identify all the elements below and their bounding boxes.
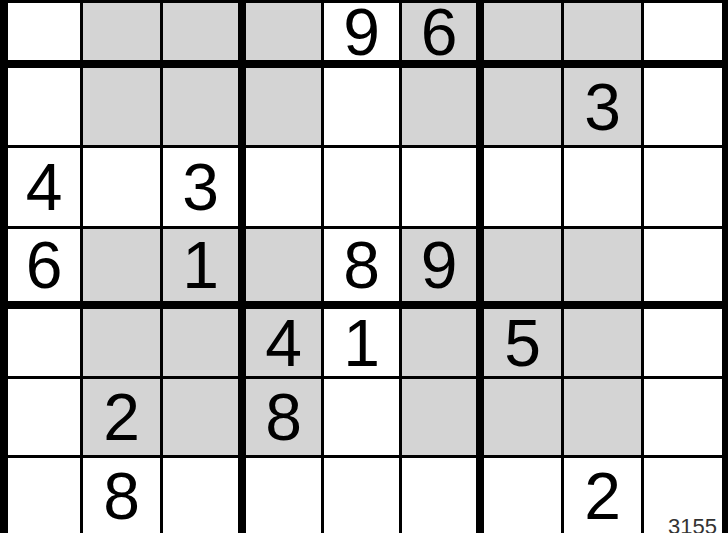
cell-r7c6: [402, 309, 484, 379]
cell-r5c5: [324, 148, 402, 229]
given-digit-r7c7: 5: [504, 310, 541, 376]
cell-r5c3: 3: [163, 148, 246, 229]
given-digit-r6c1: 6: [26, 232, 63, 298]
cell-r8c9: [644, 379, 728, 458]
cell-r6c2: [83, 229, 163, 309]
cell-r9c6: [402, 458, 484, 533]
cell-r8c6: [402, 379, 484, 458]
cell-r9c8: 2: [564, 458, 644, 533]
cell-r5c4: [246, 148, 324, 229]
cell-r3c9: [644, 3, 728, 68]
cell-r5c2: [83, 148, 163, 229]
given-digit-r5c1: 4: [26, 154, 63, 220]
cell-r4c8: 3: [564, 68, 644, 148]
cell-r8c8: [564, 379, 644, 458]
given-digit-r3c5: 9: [343, 0, 380, 65]
cell-r9c3: [163, 458, 246, 533]
cell-r7c8: [564, 309, 644, 379]
cell-r4c1: [8, 68, 83, 148]
cell-r5c8: [564, 148, 644, 229]
cell-r6c6: 9: [402, 229, 484, 309]
given-digit-r6c5: 8: [343, 232, 380, 298]
puzzle-number: 3155: [668, 515, 717, 533]
cell-r7c2: [83, 309, 163, 379]
cell-r4c9: [644, 68, 728, 148]
cell-r7c4: 4: [246, 309, 324, 379]
cell-r5c6: [402, 148, 484, 229]
cell-r9c4: [246, 458, 324, 533]
given-digit-r6c6: 9: [421, 232, 458, 298]
cell-r9c2: 8: [83, 458, 163, 533]
given-digit-r7c4: 4: [265, 310, 302, 376]
cell-r8c4: 8: [246, 379, 324, 458]
cell-r8c5: [324, 379, 402, 458]
given-digit-r4c8: 3: [584, 74, 621, 140]
cell-r7c1: [8, 309, 83, 379]
cell-r4c5: [324, 68, 402, 148]
cell-r8c7: [484, 379, 564, 458]
cell-r3c6: 6: [402, 3, 484, 68]
cell-r9c7: [484, 458, 564, 533]
sudoku-screenshot: 9634361894152882 3155: [0, 0, 728, 533]
sudoku-board: 9634361894152882: [0, 0, 728, 533]
cell-r3c5: 9: [324, 3, 402, 68]
cell-r8c1: [8, 379, 83, 458]
cell-r9c1: [8, 458, 83, 533]
given-digit-r5c3: 3: [182, 154, 219, 220]
cell-r6c3: 1: [163, 229, 246, 309]
cell-r4c7: [484, 68, 564, 148]
cell-r5c9: [644, 148, 728, 229]
cell-r3c3: [163, 3, 246, 68]
cell-r5c1: 4: [8, 148, 83, 229]
cell-r6c9: [644, 229, 728, 309]
given-digit-r6c3: 1: [182, 232, 219, 298]
cell-r7c7: 5: [484, 309, 564, 379]
cell-r3c8: [564, 3, 644, 68]
cell-r6c4: [246, 229, 324, 309]
cell-r7c5: 1: [324, 309, 402, 379]
cell-r5c7: [484, 148, 564, 229]
cell-r3c1: [8, 3, 83, 68]
given-digit-r9c8: 2: [584, 463, 621, 529]
cell-r7c3: [163, 309, 246, 379]
cell-r4c2: [83, 68, 163, 148]
cell-r4c6: [402, 68, 484, 148]
given-digit-r9c2: 8: [103, 463, 140, 529]
cell-r8c3: [163, 379, 246, 458]
cell-r9c5: [324, 458, 402, 533]
cell-r7c9: [644, 309, 728, 379]
cell-r3c7: [484, 3, 564, 68]
cell-r6c5: 8: [324, 229, 402, 309]
cell-r3c2: [83, 3, 163, 68]
given-digit-r8c4: 8: [265, 384, 302, 450]
given-digit-r7c5: 1: [343, 310, 380, 376]
given-digit-r3c6: 6: [421, 0, 458, 65]
cell-r4c4: [246, 68, 324, 148]
cell-r6c8: [564, 229, 644, 309]
cell-r6c7: [484, 229, 564, 309]
cell-r8c2: 2: [83, 379, 163, 458]
cell-r6c1: 6: [8, 229, 83, 309]
cell-r4c3: [163, 68, 246, 148]
given-digit-r8c2: 2: [103, 384, 140, 450]
cell-r3c4: [246, 3, 324, 68]
